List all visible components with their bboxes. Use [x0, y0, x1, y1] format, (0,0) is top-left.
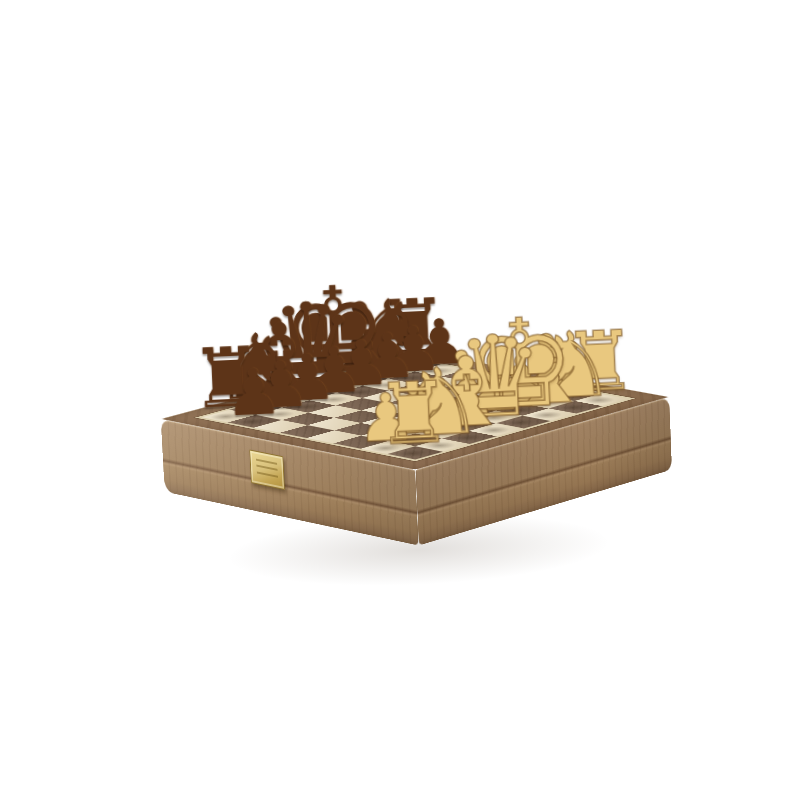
scene: ♜♟♟♜♞♟♟♞♝♟♟♝♚♟♟♚♛♟♟♛♝♟♟♝♞♟♟♞♜♟♟♜	[0, 0, 800, 800]
product-photo: ♜♟♟♜♞♟♟♞♝♟♟♝♚♟♟♚♛♟♟♛♝♟♟♝♞♟♟♞♜♟♟♜	[0, 0, 800, 800]
square-a1: ♜	[388, 446, 443, 459]
plaque-engraving	[256, 459, 278, 481]
black-pawn-icon: ♟	[223, 359, 283, 426]
white-rook-icon: ♜	[374, 370, 453, 458]
brass-plaque	[249, 450, 284, 490]
chess-box: ♜♟♟♜♞♟♟♞♝♟♟♝♚♟♟♚♛♟♟♛♝♟♟♝♞♟♟♞♜♟♟♜	[161, 351, 670, 470]
